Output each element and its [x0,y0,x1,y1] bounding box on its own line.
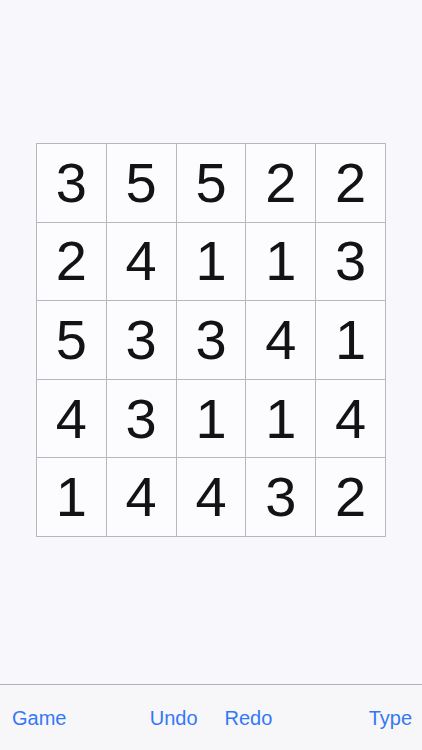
grid-cell[interactable]: 4 [37,380,106,458]
grid-cell[interactable]: 1 [37,458,106,536]
grid-cell[interactable]: 1 [246,380,315,458]
hitori-board: 3552224113533414311414432 [36,143,386,537]
grid-cell[interactable]: 2 [316,458,385,536]
grid-cell[interactable]: 3 [177,301,246,379]
grid-cell[interactable]: 1 [177,380,246,458]
grid-cell[interactable]: 2 [316,144,385,222]
game-button[interactable]: Game [12,706,66,729]
grid-cell[interactable]: 3 [246,458,315,536]
grid-cell[interactable]: 2 [246,144,315,222]
grid-cell[interactable]: 3 [37,144,106,222]
grid-cell[interactable]: 1 [177,223,246,301]
grid-cell[interactable]: 4 [107,223,176,301]
type-button[interactable]: Type [369,706,412,729]
grid-cell[interactable]: 4 [316,380,385,458]
redo-button[interactable]: Redo [225,706,273,729]
undo-redo-group: Undo Redo [150,706,273,729]
grid-cell[interactable]: 5 [107,144,176,222]
grid-cell[interactable]: 5 [177,144,246,222]
bottom-toolbar: Game Undo Redo Type [0,684,422,750]
grid-cell[interactable]: 1 [316,301,385,379]
grid-cell[interactable]: 4 [177,458,246,536]
grid-cell[interactable]: 4 [246,301,315,379]
app-screen: 3552224113533414311414432 Game Undo Redo… [0,0,422,750]
grid-cell[interactable]: 3 [316,223,385,301]
grid-cell[interactable]: 1 [246,223,315,301]
undo-button[interactable]: Undo [150,706,198,729]
grid-cell[interactable]: 2 [37,223,106,301]
grid-cell[interactable]: 5 [37,301,106,379]
grid-cell[interactable]: 3 [107,380,176,458]
grid-cell[interactable]: 3 [107,301,176,379]
grid-cell[interactable]: 4 [107,458,176,536]
